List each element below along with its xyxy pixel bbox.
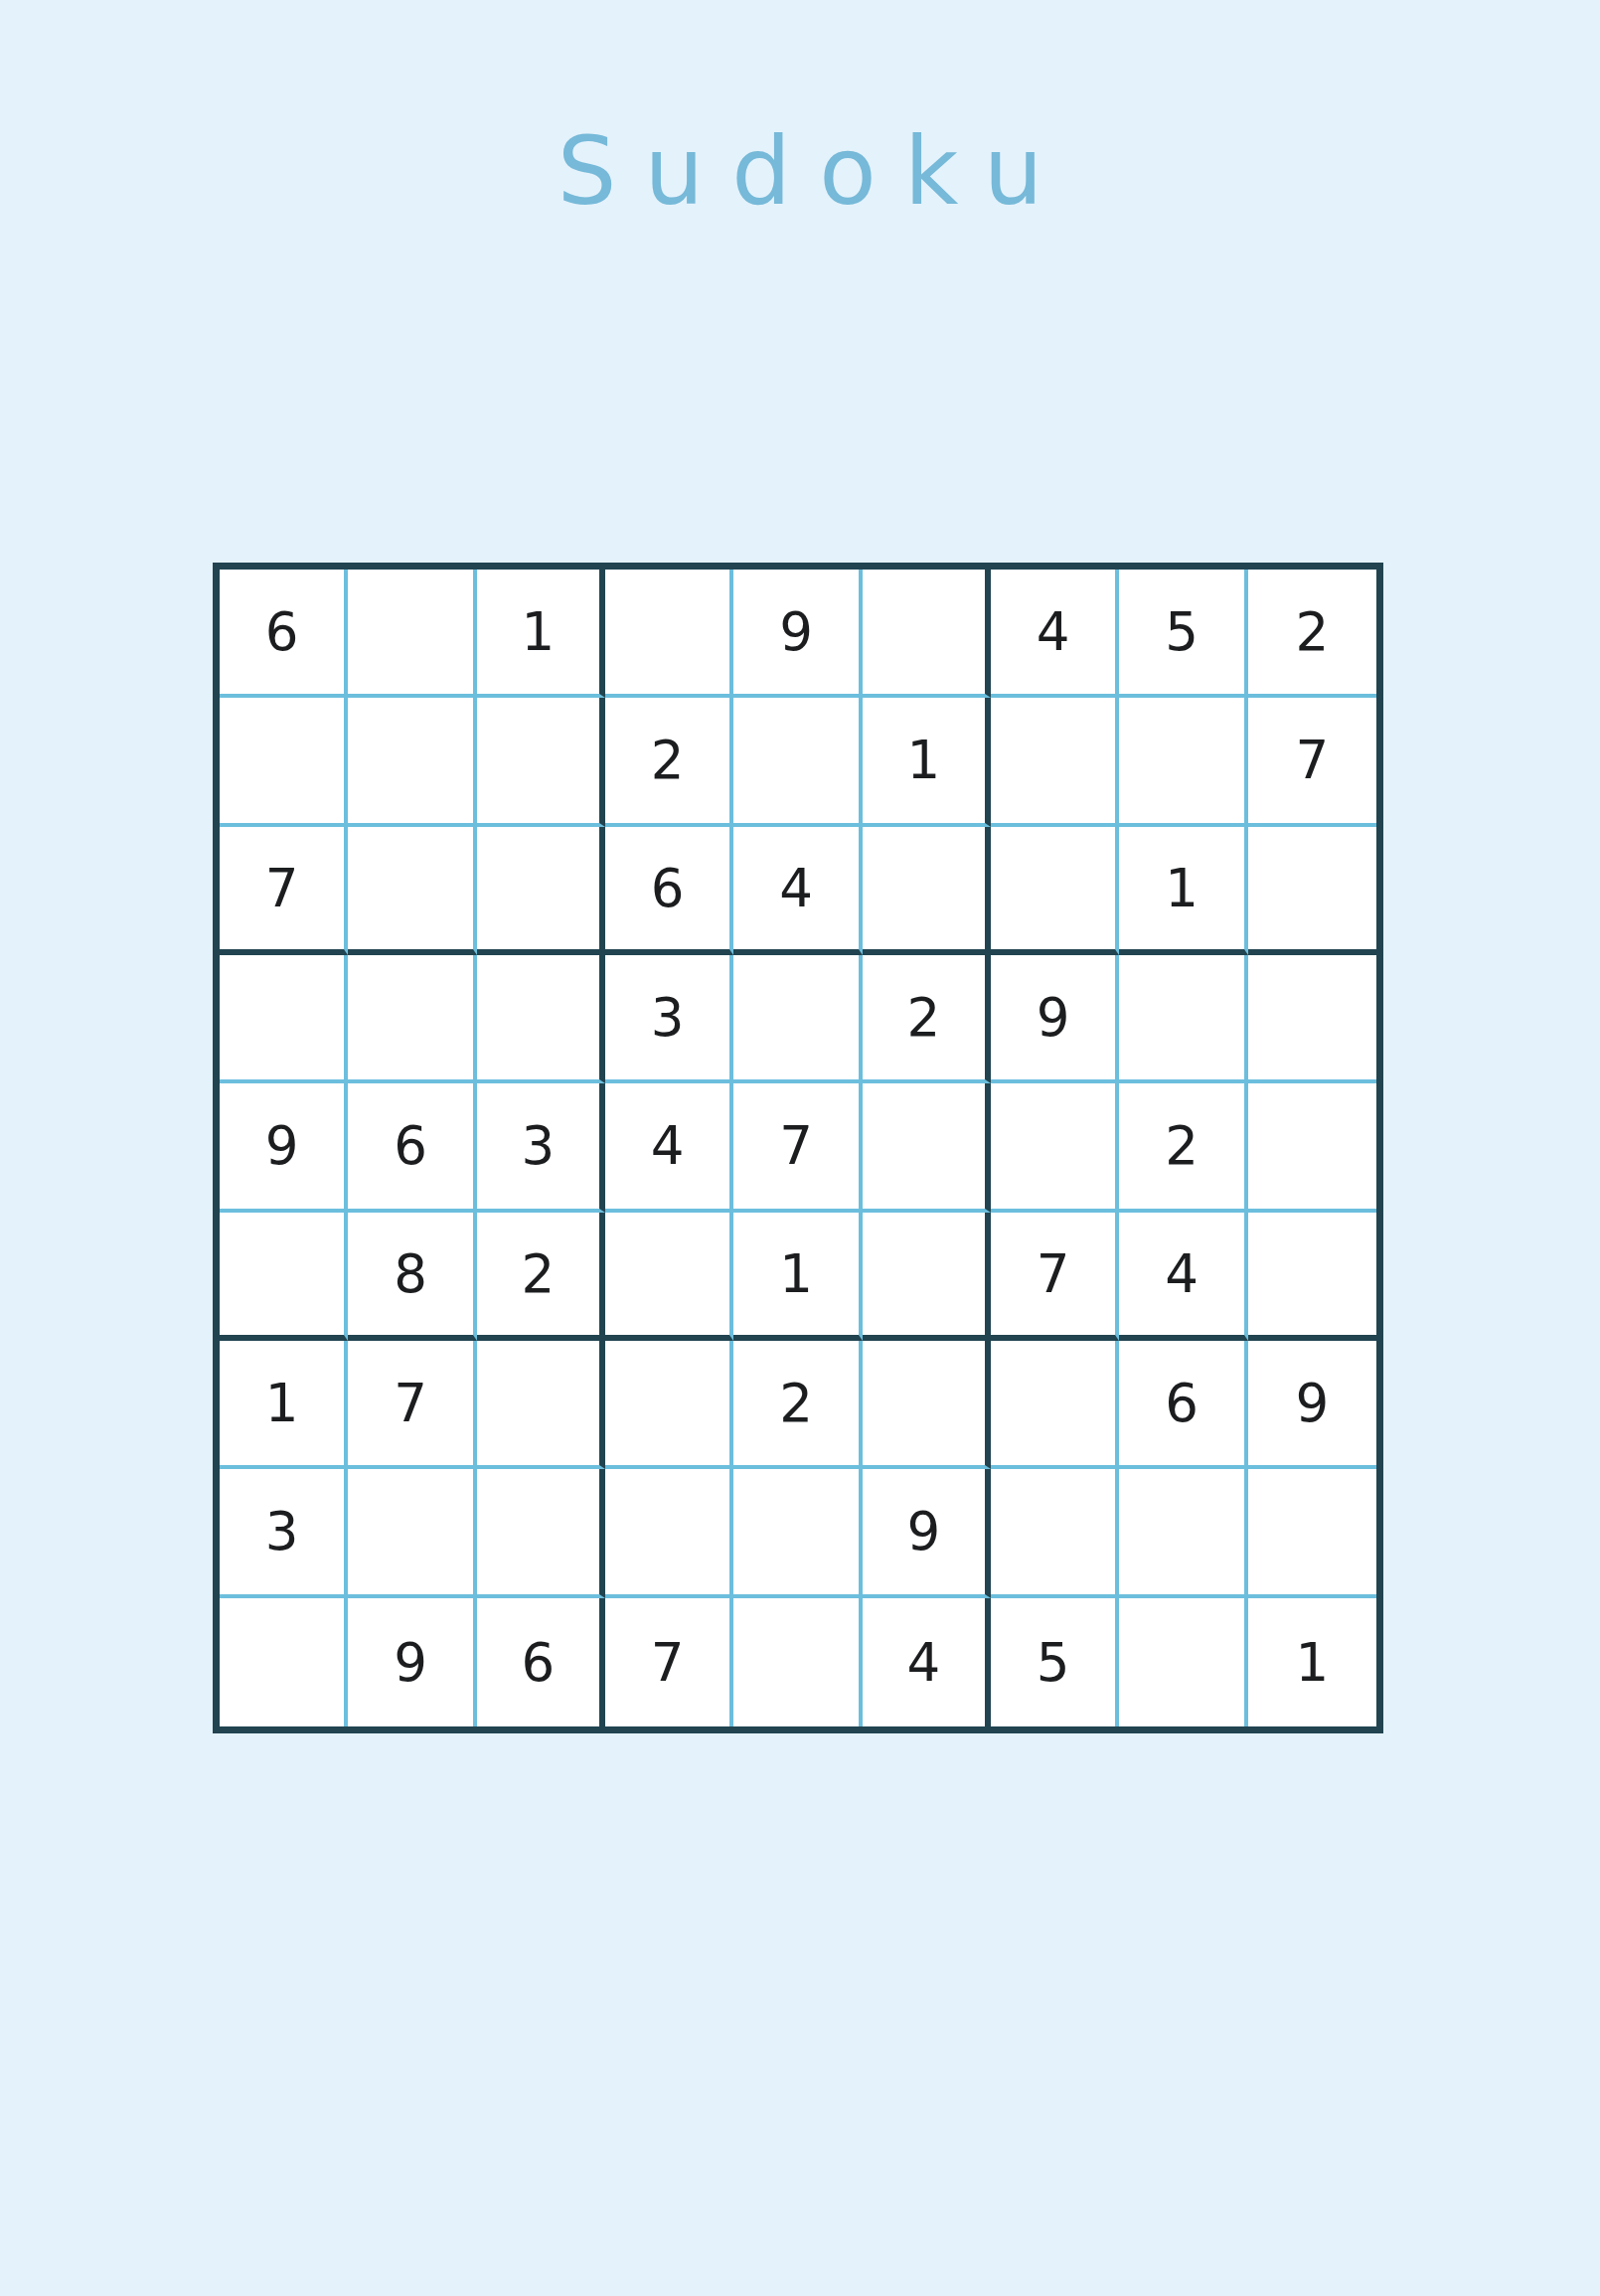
cell-r1c7[interactable]: 4 (991, 570, 1119, 698)
cell-r7c4[interactable] (605, 1341, 733, 1469)
cell-r9c1[interactable] (220, 1598, 348, 1726)
cell-r4c5[interactable] (733, 955, 862, 1083)
cell-r3c7[interactable] (991, 827, 1119, 955)
cell-r4c1[interactable] (220, 955, 348, 1083)
cell-r2c8[interactable] (1119, 698, 1247, 826)
cell-r7c5[interactable]: 2 (733, 1341, 862, 1469)
cell-r4c6[interactable]: 2 (863, 955, 991, 1083)
cell-r1c4[interactable] (605, 570, 733, 698)
cell-r7c6[interactable] (863, 1341, 991, 1469)
cell-r6c4[interactable] (605, 1213, 733, 1341)
cell-r4c7[interactable]: 9 (991, 955, 1119, 1083)
page-title: Sudoku (0, 117, 1600, 226)
cell-r6c2[interactable]: 8 (348, 1213, 476, 1341)
cell-r9c2[interactable]: 9 (348, 1598, 476, 1726)
cell-r1c2[interactable] (348, 570, 476, 698)
cell-r2c2[interactable] (348, 698, 476, 826)
cell-r5c6[interactable] (863, 1083, 991, 1212)
cell-r8c6[interactable]: 9 (863, 1469, 991, 1597)
cell-r3c6[interactable] (863, 827, 991, 955)
cell-r5c2[interactable]: 6 (348, 1083, 476, 1212)
cell-r8c1[interactable]: 3 (220, 1469, 348, 1597)
sudoku-board: 6194522177641329963472821741726939967451 (213, 563, 1383, 1733)
cell-r3c5[interactable]: 4 (733, 827, 862, 955)
cell-r2c5[interactable] (733, 698, 862, 826)
cell-r2c9[interactable]: 7 (1248, 698, 1376, 826)
cell-r5c5[interactable]: 7 (733, 1083, 862, 1212)
cell-r5c3[interactable]: 3 (477, 1083, 605, 1212)
cell-r2c7[interactable] (991, 698, 1119, 826)
cell-r9c9[interactable]: 1 (1248, 1598, 1376, 1726)
cell-r5c9[interactable] (1248, 1083, 1376, 1212)
cell-r1c8[interactable]: 5 (1119, 570, 1247, 698)
cell-r5c8[interactable]: 2 (1119, 1083, 1247, 1212)
cell-r8c4[interactable] (605, 1469, 733, 1597)
cell-r8c8[interactable] (1119, 1469, 1247, 1597)
cell-r8c5[interactable] (733, 1469, 862, 1597)
cell-r9c5[interactable] (733, 1598, 862, 1726)
cell-r1c3[interactable]: 1 (477, 570, 605, 698)
cell-r6c3[interactable]: 2 (477, 1213, 605, 1341)
cell-r8c3[interactable] (477, 1469, 605, 1597)
cell-r5c4[interactable]: 4 (605, 1083, 733, 1212)
cell-r6c1[interactable] (220, 1213, 348, 1341)
cell-r3c9[interactable] (1248, 827, 1376, 955)
cell-r8c9[interactable] (1248, 1469, 1376, 1597)
cell-r6c7[interactable]: 7 (991, 1213, 1119, 1341)
cell-r6c5[interactable]: 1 (733, 1213, 862, 1341)
cell-r6c6[interactable] (863, 1213, 991, 1341)
cell-r9c4[interactable]: 7 (605, 1598, 733, 1726)
cell-r9c3[interactable]: 6 (477, 1598, 605, 1726)
cell-r1c5[interactable]: 9 (733, 570, 862, 698)
cell-r3c4[interactable]: 6 (605, 827, 733, 955)
cell-r7c8[interactable]: 6 (1119, 1341, 1247, 1469)
cell-r3c3[interactable] (477, 827, 605, 955)
cell-r7c2[interactable]: 7 (348, 1341, 476, 1469)
cell-r3c8[interactable]: 1 (1119, 827, 1247, 955)
cell-r9c6[interactable]: 4 (863, 1598, 991, 1726)
cell-r2c6[interactable]: 1 (863, 698, 991, 826)
cell-r6c9[interactable] (1248, 1213, 1376, 1341)
cell-r4c9[interactable] (1248, 955, 1376, 1083)
cell-r3c2[interactable] (348, 827, 476, 955)
cell-r9c8[interactable] (1119, 1598, 1247, 1726)
cell-r7c3[interactable] (477, 1341, 605, 1469)
cell-r6c8[interactable]: 4 (1119, 1213, 1247, 1341)
cell-r7c7[interactable] (991, 1341, 1119, 1469)
cell-r7c1[interactable]: 1 (220, 1341, 348, 1469)
cell-r7c9[interactable]: 9 (1248, 1341, 1376, 1469)
cell-r4c2[interactable] (348, 955, 476, 1083)
cell-r4c3[interactable] (477, 955, 605, 1083)
cell-r5c7[interactable] (991, 1083, 1119, 1212)
cell-r1c6[interactable] (863, 570, 991, 698)
cell-r2c3[interactable] (477, 698, 605, 826)
cell-r9c7[interactable]: 5 (991, 1598, 1119, 1726)
cell-r3c1[interactable]: 7 (220, 827, 348, 955)
cell-r2c1[interactable] (220, 698, 348, 826)
cell-r2c4[interactable]: 2 (605, 698, 733, 826)
cell-r1c1[interactable]: 6 (220, 570, 348, 698)
cell-r5c1[interactable]: 9 (220, 1083, 348, 1212)
cell-r1c9[interactable]: 2 (1248, 570, 1376, 698)
cell-r4c4[interactable]: 3 (605, 955, 733, 1083)
cell-r8c7[interactable] (991, 1469, 1119, 1597)
cell-r8c2[interactable] (348, 1469, 476, 1597)
cell-r4c8[interactable] (1119, 955, 1247, 1083)
